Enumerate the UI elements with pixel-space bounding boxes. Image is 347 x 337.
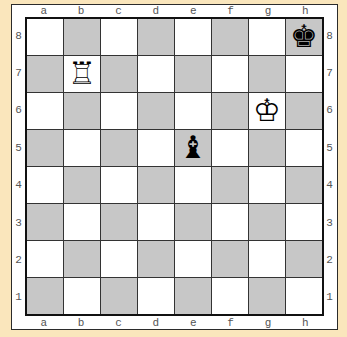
square-a8[interactable] [27,19,63,55]
square-b8[interactable] [64,19,100,55]
rank-label-6: 6 [324,92,335,129]
file-label-g: g [249,316,286,329]
square-f3[interactable] [212,204,248,240]
rank-label-5: 5 [324,129,335,166]
white-king-piece[interactable]: ♔ [253,95,281,126]
square-a2[interactable] [27,241,63,277]
square-g5[interactable] [249,130,285,166]
square-d5[interactable] [138,130,174,166]
file-label-e: e [175,4,212,17]
rank-label-7: 7 [324,54,335,91]
square-a5[interactable] [27,130,63,166]
square-h4[interactable] [286,167,322,203]
rank-label-5: 5 [12,129,25,166]
square-h5[interactable] [286,130,322,166]
rank-label-2: 2 [12,241,25,278]
square-h8[interactable]: ♚ [286,19,322,55]
square-a7[interactable] [27,56,63,92]
file-label-g: g [249,4,286,17]
page: abcdefgh 87654321 ♚♖♔♝ 87654321 abcdefgh [0,0,347,337]
square-f7[interactable] [212,56,248,92]
file-label-d: d [137,316,174,329]
file-label-c: c [100,316,137,329]
rank-label-3: 3 [324,204,335,241]
black-bishop-piece[interactable]: ♝ [179,132,207,163]
file-label-f: f [212,316,249,329]
square-f8[interactable] [212,19,248,55]
file-label-d: d [137,4,174,17]
square-b1[interactable] [64,278,100,314]
square-e4[interactable] [175,167,211,203]
square-d7[interactable] [138,56,174,92]
square-f5[interactable] [212,130,248,166]
file-label-b: b [62,4,99,17]
rank-label-2: 2 [324,241,335,278]
square-c8[interactable] [101,19,137,55]
square-g8[interactable] [249,19,285,55]
rank-label-6: 6 [12,92,25,129]
square-g4[interactable] [249,167,285,203]
file-label-c: c [100,4,137,17]
file-labels-top: abcdefgh [25,4,324,17]
rank-label-8: 8 [324,17,335,54]
square-g3[interactable] [249,204,285,240]
square-d4[interactable] [138,167,174,203]
rank-label-7: 7 [12,54,25,91]
square-c6[interactable] [101,93,137,129]
square-f6[interactable] [212,93,248,129]
rank-label-8: 8 [12,17,25,54]
diagram-panel: abcdefgh 87654321 ♚♖♔♝ 87654321 abcdefgh [11,4,338,330]
square-c2[interactable] [101,241,137,277]
file-labels-bottom: abcdefgh [25,316,324,329]
rank-label-3: 3 [12,204,25,241]
rank-labels-left: 87654321 [12,17,25,316]
square-d6[interactable] [138,93,174,129]
square-h6[interactable] [286,93,322,129]
square-c4[interactable] [101,167,137,203]
square-d1[interactable] [138,278,174,314]
square-h7[interactable] [286,56,322,92]
square-a1[interactable] [27,278,63,314]
file-label-h: h [287,316,324,329]
square-b6[interactable] [64,93,100,129]
square-e3[interactable] [175,204,211,240]
file-label-a: a [25,4,62,17]
rank-label-1: 1 [324,279,335,316]
square-b5[interactable] [64,130,100,166]
square-e8[interactable] [175,19,211,55]
rank-label-1: 1 [12,279,25,316]
square-b4[interactable] [64,167,100,203]
square-c7[interactable] [101,56,137,92]
square-e2[interactable] [175,241,211,277]
square-f1[interactable] [212,278,248,314]
square-e1[interactable] [175,278,211,314]
square-a3[interactable] [27,204,63,240]
square-f2[interactable] [212,241,248,277]
square-f4[interactable] [212,167,248,203]
black-king-piece[interactable]: ♚ [290,21,318,52]
square-d3[interactable] [138,204,174,240]
square-b7[interactable]: ♖ [64,56,100,92]
square-a6[interactable] [27,93,63,129]
square-b2[interactable] [64,241,100,277]
file-label-f: f [212,4,249,17]
white-rook-piece[interactable]: ♖ [68,58,96,89]
square-g1[interactable] [249,278,285,314]
square-a4[interactable] [27,167,63,203]
square-g7[interactable] [249,56,285,92]
square-h2[interactable] [286,241,322,277]
square-e5[interactable]: ♝ [175,130,211,166]
file-label-e: e [175,316,212,329]
square-h1[interactable] [286,278,322,314]
square-h3[interactable] [286,204,322,240]
square-d8[interactable] [138,19,174,55]
square-d2[interactable] [138,241,174,277]
square-g6[interactable]: ♔ [249,93,285,129]
square-c1[interactable] [101,278,137,314]
rank-label-4: 4 [324,167,335,204]
square-b3[interactable] [64,204,100,240]
rank-labels-right: 87654321 [324,17,335,316]
square-c5[interactable] [101,130,137,166]
rank-label-4: 4 [12,167,25,204]
square-g2[interactable] [249,241,285,277]
square-e7[interactable] [175,56,211,92]
square-c3[interactable] [101,204,137,240]
chess-board: ♚♖♔♝ [25,17,324,316]
file-label-h: h [287,4,324,17]
file-label-b: b [62,316,99,329]
square-e6[interactable] [175,93,211,129]
file-label-a: a [25,316,62,329]
